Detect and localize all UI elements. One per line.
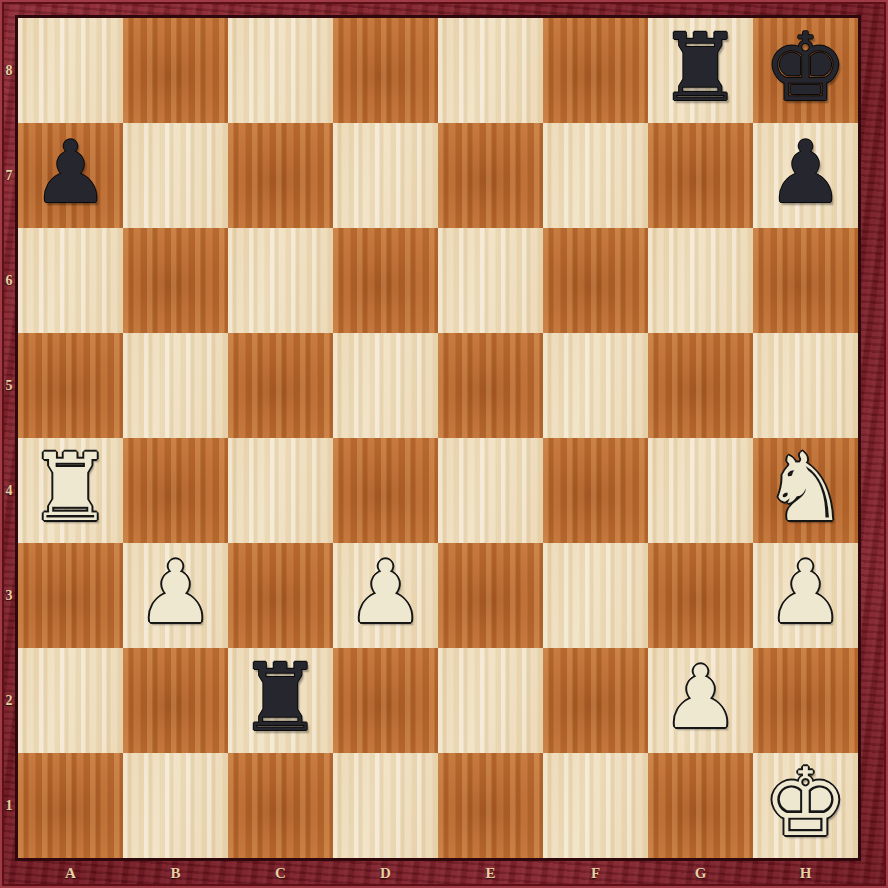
square-a2[interactable] [18, 648, 123, 753]
square-d1[interactable] [333, 753, 438, 858]
rank-label-7: 7 [0, 123, 18, 228]
square-g8[interactable]: ♜ [648, 18, 753, 123]
square-a8[interactable] [18, 18, 123, 123]
square-b1[interactable] [123, 753, 228, 858]
square-c3[interactable] [228, 543, 333, 648]
square-c4[interactable] [228, 438, 333, 543]
square-a3[interactable] [18, 543, 123, 648]
rank-label-8: 8 [0, 18, 18, 123]
square-f3[interactable] [543, 543, 648, 648]
square-f7[interactable] [543, 123, 648, 228]
piece-black-pawn[interactable]: ♟ [32, 123, 109, 225]
chessboard-app: ♜♚♟♟♜♞♟♟♟♜♟♚ 87654321 ABCDEFGH [0, 0, 888, 888]
square-g2[interactable]: ♟ [648, 648, 753, 753]
file-labels: ABCDEFGH [18, 858, 858, 888]
piece-black-rook[interactable]: ♜ [238, 648, 322, 750]
square-c1[interactable] [228, 753, 333, 858]
square-a4[interactable]: ♜ [18, 438, 123, 543]
square-f5[interactable] [543, 333, 648, 438]
piece-white-pawn[interactable]: ♟ [767, 543, 844, 645]
square-e2[interactable] [438, 648, 543, 753]
rank-label-3: 3 [0, 543, 18, 648]
file-label-b: B [123, 858, 228, 888]
rank-label-4: 4 [0, 438, 18, 543]
square-b8[interactable] [123, 18, 228, 123]
square-b6[interactable] [123, 228, 228, 333]
square-e6[interactable] [438, 228, 543, 333]
file-label-e: E [438, 858, 543, 888]
square-a6[interactable] [18, 228, 123, 333]
square-d4[interactable] [333, 438, 438, 543]
square-g4[interactable] [648, 438, 753, 543]
square-e4[interactable] [438, 438, 543, 543]
file-label-g: G [648, 858, 753, 888]
chess-board: ♜♚♟♟♜♞♟♟♟♜♟♚ [18, 18, 858, 858]
square-b3[interactable]: ♟ [123, 543, 228, 648]
file-label-f: F [543, 858, 648, 888]
piece-black-pawn[interactable]: ♟ [767, 123, 844, 225]
square-d6[interactable] [333, 228, 438, 333]
piece-white-pawn[interactable]: ♟ [137, 543, 214, 645]
square-e1[interactable] [438, 753, 543, 858]
square-b2[interactable] [123, 648, 228, 753]
square-h7[interactable]: ♟ [753, 123, 858, 228]
piece-white-rook[interactable]: ♜ [28, 438, 112, 540]
file-label-h: H [753, 858, 858, 888]
piece-white-king[interactable]: ♚ [763, 753, 847, 855]
rank-label-6: 6 [0, 228, 18, 333]
square-a5[interactable] [18, 333, 123, 438]
square-h5[interactable] [753, 333, 858, 438]
square-b7[interactable] [123, 123, 228, 228]
square-c2[interactable]: ♜ [228, 648, 333, 753]
rank-label-1: 1 [0, 753, 18, 858]
square-h2[interactable] [753, 648, 858, 753]
square-f2[interactable] [543, 648, 648, 753]
square-b5[interactable] [123, 333, 228, 438]
square-c7[interactable] [228, 123, 333, 228]
square-h4[interactable]: ♞ [753, 438, 858, 543]
rank-label-2: 2 [0, 648, 18, 753]
square-c5[interactable] [228, 333, 333, 438]
square-h3[interactable]: ♟ [753, 543, 858, 648]
square-d2[interactable] [333, 648, 438, 753]
piece-white-knight[interactable]: ♞ [763, 438, 847, 540]
square-d8[interactable] [333, 18, 438, 123]
rank-label-5: 5 [0, 333, 18, 438]
square-g7[interactable] [648, 123, 753, 228]
piece-black-king[interactable]: ♚ [763, 18, 847, 120]
file-label-a: A [18, 858, 123, 888]
square-e5[interactable] [438, 333, 543, 438]
square-c6[interactable] [228, 228, 333, 333]
square-e3[interactable] [438, 543, 543, 648]
piece-white-pawn[interactable]: ♟ [662, 648, 739, 750]
piece-white-pawn[interactable]: ♟ [347, 543, 424, 645]
square-d7[interactable] [333, 123, 438, 228]
square-c8[interactable] [228, 18, 333, 123]
square-f8[interactable] [543, 18, 648, 123]
file-label-c: C [228, 858, 333, 888]
square-f6[interactable] [543, 228, 648, 333]
square-d3[interactable]: ♟ [333, 543, 438, 648]
square-g6[interactable] [648, 228, 753, 333]
piece-black-rook[interactable]: ♜ [658, 18, 742, 120]
rank-labels: 87654321 [0, 18, 18, 858]
file-label-d: D [333, 858, 438, 888]
square-d5[interactable] [333, 333, 438, 438]
square-g3[interactable] [648, 543, 753, 648]
square-g1[interactable] [648, 753, 753, 858]
square-b4[interactable] [123, 438, 228, 543]
square-g5[interactable] [648, 333, 753, 438]
square-a7[interactable]: ♟ [18, 123, 123, 228]
square-a1[interactable] [18, 753, 123, 858]
square-f1[interactable] [543, 753, 648, 858]
square-e7[interactable] [438, 123, 543, 228]
square-e8[interactable] [438, 18, 543, 123]
square-f4[interactable] [543, 438, 648, 543]
square-h8[interactable]: ♚ [753, 18, 858, 123]
square-h1[interactable]: ♚ [753, 753, 858, 858]
square-h6[interactable] [753, 228, 858, 333]
